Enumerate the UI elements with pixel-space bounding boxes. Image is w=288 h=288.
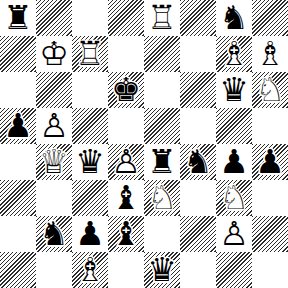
square-d8[interactable] — [108, 0, 144, 36]
square-c1[interactable]: ♝♗ — [72, 252, 108, 288]
square-g3[interactable]: ♞♘ — [216, 180, 252, 216]
square-e2[interactable] — [144, 216, 180, 252]
square-b7[interactable]: ♚♔ — [36, 36, 72, 72]
piece-outline-glyph: ♟ — [72, 216, 108, 252]
square-h5[interactable] — [252, 108, 288, 144]
square-g4[interactable]: ♟♟ — [216, 144, 252, 180]
white-bishop-piece[interactable]: ♝♗ — [252, 36, 288, 72]
black-queen-piece[interactable]: ♛♛ — [144, 252, 180, 288]
square-h2[interactable] — [252, 216, 288, 252]
white-rook-piece[interactable]: ♜♖ — [144, 0, 180, 36]
square-g5[interactable] — [216, 108, 252, 144]
square-c2[interactable]: ♟♟ — [72, 216, 108, 252]
square-a8[interactable]: ♜♜ — [0, 0, 36, 36]
square-d7[interactable] — [108, 36, 144, 72]
square-e3[interactable]: ♞♘ — [144, 180, 180, 216]
piece-outline-glyph: ♗ — [216, 36, 252, 72]
white-king-piece[interactable]: ♚♔ — [36, 36, 72, 72]
black-pawn-piece[interactable]: ♟♟ — [216, 144, 252, 180]
square-d4[interactable]: ♟♙ — [108, 144, 144, 180]
black-queen-piece[interactable]: ♛♛ — [72, 144, 108, 180]
square-c4[interactable]: ♛♛ — [72, 144, 108, 180]
square-e7[interactable] — [144, 36, 180, 72]
square-f1[interactable] — [180, 252, 216, 288]
square-h7[interactable]: ♝♗ — [252, 36, 288, 72]
black-rook-piece[interactable]: ♜♜ — [0, 0, 36, 36]
square-c6[interactable] — [72, 72, 108, 108]
black-king-piece[interactable]: ♚♚ — [108, 72, 144, 108]
square-d2[interactable]: ♝♝ — [108, 216, 144, 252]
piece-outline-glyph: ♟ — [0, 108, 36, 144]
square-c5[interactable] — [72, 108, 108, 144]
square-b5[interactable]: ♟♙ — [36, 108, 72, 144]
piece-outline-glyph: ♛ — [72, 144, 108, 180]
square-h6[interactable]: ♞♘ — [252, 72, 288, 108]
piece-outline-glyph: ♘ — [252, 72, 288, 108]
white-pawn-piece[interactable]: ♟♙ — [216, 216, 252, 252]
piece-outline-glyph: ♘ — [144, 180, 180, 216]
square-b8[interactable] — [36, 0, 72, 36]
square-e4[interactable]: ♜♜ — [144, 144, 180, 180]
square-e6[interactable] — [144, 72, 180, 108]
square-b2[interactable]: ♞♞ — [36, 216, 72, 252]
black-pawn-piece[interactable]: ♟♟ — [72, 216, 108, 252]
square-f6[interactable] — [180, 72, 216, 108]
piece-outline-glyph: ♛ — [144, 252, 180, 288]
black-knight-piece[interactable]: ♞♞ — [36, 216, 72, 252]
black-bishop-piece[interactable]: ♝♝ — [108, 180, 144, 216]
square-d1[interactable] — [108, 252, 144, 288]
square-c3[interactable] — [72, 180, 108, 216]
black-queen-piece[interactable]: ♛♛ — [216, 72, 252, 108]
piece-outline-glyph: ♗ — [72, 252, 108, 288]
square-b1[interactable] — [36, 252, 72, 288]
white-rook-piece[interactable]: ♜♖ — [72, 36, 108, 72]
square-c8[interactable] — [72, 0, 108, 36]
square-f5[interactable] — [180, 108, 216, 144]
piece-outline-glyph: ♚ — [108, 72, 144, 108]
piece-outline-glyph: ♗ — [252, 36, 288, 72]
piece-outline-glyph: ♟ — [216, 144, 252, 180]
square-e5[interactable] — [144, 108, 180, 144]
square-h4[interactable]: ♟♟ — [252, 144, 288, 180]
square-a1[interactable] — [0, 252, 36, 288]
piece-outline-glyph: ♝ — [108, 216, 144, 252]
square-g6[interactable]: ♛♛ — [216, 72, 252, 108]
piece-outline-glyph: ♔ — [36, 36, 72, 72]
white-knight-piece[interactable]: ♞♘ — [216, 180, 252, 216]
square-b4[interactable]: ♛♕ — [36, 144, 72, 180]
square-d3[interactable]: ♝♝ — [108, 180, 144, 216]
piece-outline-glyph: ♘ — [216, 180, 252, 216]
square-f8[interactable] — [180, 0, 216, 36]
square-d6[interactable]: ♚♚ — [108, 72, 144, 108]
square-e8[interactable]: ♜♖ — [144, 0, 180, 36]
black-rook-piece[interactable]: ♜♜ — [144, 144, 180, 180]
square-d5[interactable] — [108, 108, 144, 144]
piece-outline-glyph: ♟ — [252, 144, 288, 180]
piece-outline-glyph: ♞ — [36, 216, 72, 252]
white-knight-piece[interactable]: ♞♘ — [144, 180, 180, 216]
square-a3[interactable] — [0, 180, 36, 216]
white-knight-piece[interactable]: ♞♘ — [252, 72, 288, 108]
white-bishop-piece[interactable]: ♝♗ — [72, 252, 108, 288]
square-h8[interactable] — [252, 0, 288, 36]
square-f4[interactable]: ♞♞ — [180, 144, 216, 180]
square-f7[interactable] — [180, 36, 216, 72]
piece-outline-glyph: ♜ — [0, 0, 36, 36]
white-bishop-piece[interactable]: ♝♗ — [216, 36, 252, 72]
black-knight-piece[interactable]: ♞♞ — [180, 144, 216, 180]
piece-outline-glyph: ♙ — [108, 144, 144, 180]
piece-outline-glyph: ♞ — [216, 0, 252, 36]
square-c7[interactable]: ♜♖ — [72, 36, 108, 72]
square-b6[interactable] — [36, 72, 72, 108]
square-h3[interactable] — [252, 180, 288, 216]
square-b3[interactable] — [36, 180, 72, 216]
piece-outline-glyph: ♕ — [36, 144, 72, 180]
white-pawn-piece[interactable]: ♟♙ — [36, 108, 72, 144]
piece-outline-glyph: ♜ — [144, 144, 180, 180]
piece-outline-glyph: ♙ — [36, 108, 72, 144]
square-g1[interactable] — [216, 252, 252, 288]
piece-outline-glyph: ♖ — [72, 36, 108, 72]
square-f2[interactable] — [180, 216, 216, 252]
square-e1[interactable]: ♛♛ — [144, 252, 180, 288]
piece-outline-glyph: ♙ — [216, 216, 252, 252]
white-pawn-piece[interactable]: ♟♙ — [108, 144, 144, 180]
square-h1[interactable] — [252, 252, 288, 288]
square-a4[interactable] — [0, 144, 36, 180]
white-queen-piece[interactable]: ♛♕ — [36, 144, 72, 180]
black-pawn-piece[interactable]: ♟♟ — [0, 108, 36, 144]
square-g2[interactable]: ♟♙ — [216, 216, 252, 252]
square-g7[interactable]: ♝♗ — [216, 36, 252, 72]
square-a5[interactable]: ♟♟ — [0, 108, 36, 144]
black-pawn-piece[interactable]: ♟♟ — [252, 144, 288, 180]
piece-outline-glyph: ♖ — [144, 0, 180, 36]
black-knight-piece[interactable]: ♞♞ — [216, 0, 252, 36]
black-bishop-piece[interactable]: ♝♝ — [108, 216, 144, 252]
piece-outline-glyph: ♞ — [180, 144, 216, 180]
square-g8[interactable]: ♞♞ — [216, 0, 252, 36]
piece-outline-glyph: ♛ — [216, 72, 252, 108]
piece-outline-glyph: ♝ — [108, 180, 144, 216]
square-a6[interactable] — [0, 72, 36, 108]
square-f3[interactable] — [180, 180, 216, 216]
square-a7[interactable] — [0, 36, 36, 72]
chess-board: ♜♜♜♖♞♞♚♔♜♖♝♗♝♗♚♚♛♛♞♘♟♟♟♙♛♕♛♛♟♙♜♜♞♞♟♟♟♟♝♝… — [0, 0, 288, 288]
square-a2[interactable] — [0, 216, 36, 252]
